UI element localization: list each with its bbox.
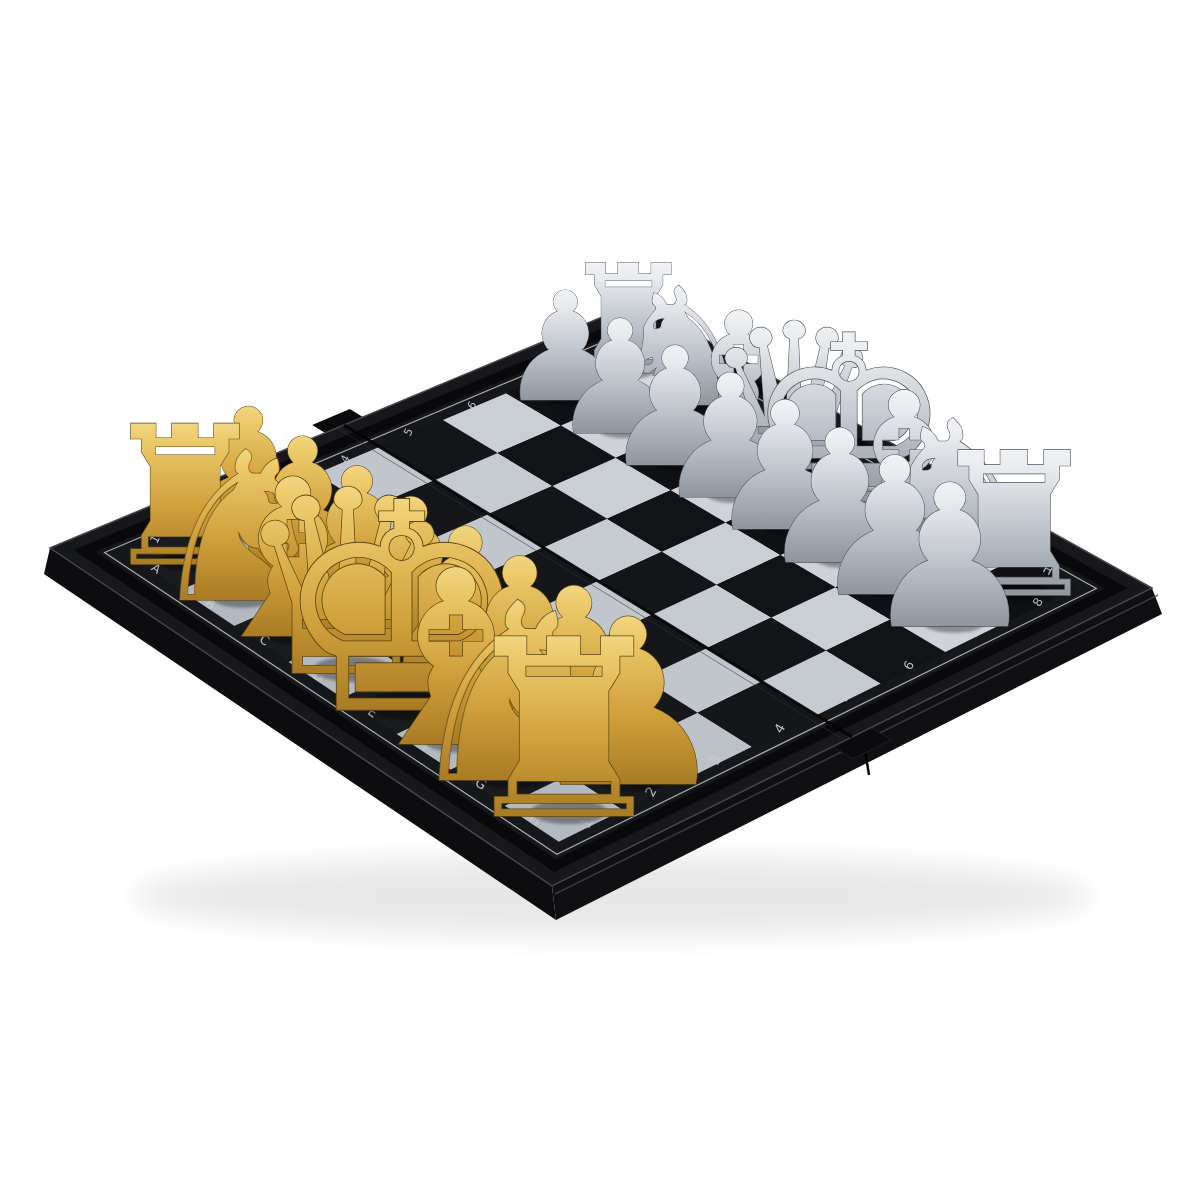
piece-silver-pawn-h7[interactable]: ♟ [862,443,1039,673]
piece-gold-rook-h1[interactable]: ♜ [453,587,674,874]
chess-set-photo: AABBCCDDEEFFGGHH1122334455667788♜♟♞♟♝♟♛♟… [0,0,1200,1200]
chess-board: AABBCCDDEEFFGGHH1122334455667788♜♟♞♟♝♟♛♟… [0,0,1200,1200]
